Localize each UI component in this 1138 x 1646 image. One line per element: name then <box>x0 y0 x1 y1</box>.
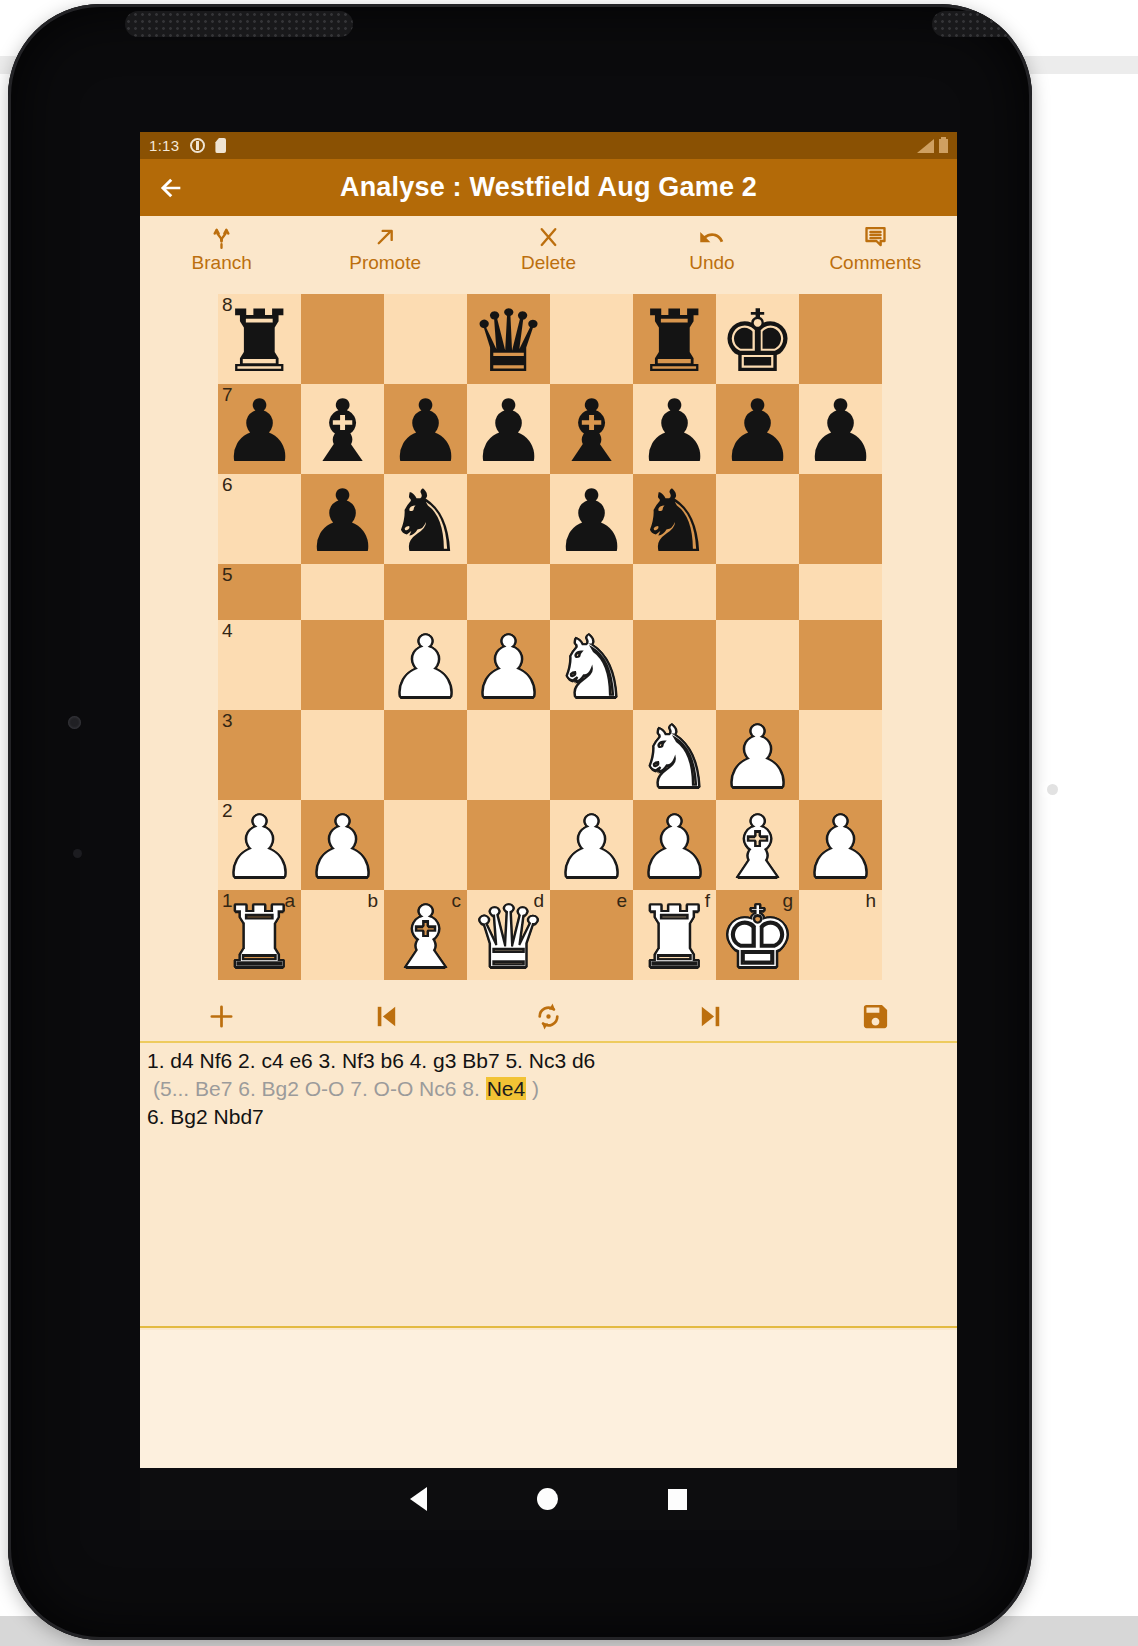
piece-white-pawn: ♟ <box>553 804 630 890</box>
rank-label-2: 2 <box>222 800 233 822</box>
square-c6[interactable]: ♞ <box>384 474 467 564</box>
square-c1[interactable]: c♝ <box>384 890 467 980</box>
delete-icon <box>535 223 562 250</box>
piece-white-rook: ♜ <box>636 894 713 980</box>
file-label-b: b <box>367 890 378 912</box>
delete-label: Delete <box>521 252 576 274</box>
square-g2[interactable]: ♝ <box>716 800 799 890</box>
current-move-highlight[interactable]: Ne4 <box>486 1077 527 1100</box>
flip-board-icon <box>533 1001 564 1032</box>
square-h4[interactable] <box>799 620 882 710</box>
square-h8[interactable] <box>799 294 882 384</box>
piece-black-pawn: ♟ <box>719 388 796 474</box>
piece-black-pawn: ♟ <box>553 478 630 564</box>
piece-white-pawn: ♟ <box>470 624 547 710</box>
promote-icon <box>372 223 399 250</box>
piece-black-bishop: ♝ <box>553 388 630 474</box>
reflection-dot <box>1047 784 1058 795</box>
move-line-main-1: 1. d4 Nf6 2. c4 e6 3. Nf3 b6 4. g3 Bb7 5… <box>147 1047 950 1075</box>
data-saver-icon <box>190 138 205 153</box>
promote-label: Promote <box>349 252 421 274</box>
square-b4[interactable] <box>301 620 384 710</box>
square-d2[interactable] <box>467 800 550 890</box>
square-a3[interactable]: 3 <box>218 710 301 800</box>
nav-home-icon[interactable] <box>537 1488 558 1510</box>
square-e6[interactable]: ♟ <box>550 474 633 564</box>
rank-label-3: 3 <box>222 710 233 732</box>
skip-to-start-button[interactable] <box>303 1001 466 1032</box>
android-nav-bar <box>140 1468 957 1530</box>
piece-white-pawn: ♟ <box>802 804 879 890</box>
branch-button[interactable]: Branch <box>140 216 303 282</box>
square-e7[interactable]: ♝ <box>550 384 633 474</box>
square-f8[interactable]: ♜ <box>633 294 716 384</box>
square-d4[interactable]: ♟ <box>467 620 550 710</box>
chess-board: 8♜♛♜♚7♟♝♟♟♝♟♟♟6♟♞♟♞54♟♟♞3♞♟2♟♟♟♟♝♟1a♜bc♝… <box>218 294 882 980</box>
variation-close: ) <box>526 1077 539 1100</box>
piece-white-bishop: ♝ <box>719 804 796 890</box>
square-h2[interactable]: ♟ <box>799 800 882 890</box>
square-a1[interactable]: 1a♜ <box>218 890 301 980</box>
square-b1[interactable]: b <box>301 890 384 980</box>
app-bar: Analyse : Westfield Aug Game 2 <box>140 159 957 216</box>
piece-black-knight: ♞ <box>387 478 464 564</box>
piece-black-pawn: ♟ <box>304 478 381 564</box>
square-d6[interactable] <box>467 474 550 564</box>
status-bar: 1:13 <box>140 132 957 159</box>
square-d8[interactable]: ♛ <box>467 294 550 384</box>
speaker-grille-left <box>125 11 353 37</box>
piece-black-rook: ♜ <box>636 298 713 384</box>
square-g1[interactable]: g♚ <box>716 890 799 980</box>
piece-black-queen: ♛ <box>470 298 547 384</box>
plus-icon <box>206 1001 237 1032</box>
piece-black-pawn: ♟ <box>470 388 547 474</box>
square-f5[interactable] <box>633 564 716 620</box>
piece-black-bishop: ♝ <box>304 388 381 474</box>
undo-label: Undo <box>689 252 734 274</box>
piece-white-pawn: ♟ <box>304 804 381 890</box>
file-label-c: c <box>452 890 462 912</box>
delete-button[interactable]: Delete <box>467 216 630 282</box>
square-f2[interactable]: ♟ <box>633 800 716 890</box>
skip-end-icon <box>696 1001 727 1032</box>
skip-to-end-button[interactable] <box>630 1001 793 1032</box>
rank-label-7: 7 <box>222 384 233 406</box>
square-f6[interactable]: ♞ <box>633 474 716 564</box>
status-icons-right <box>917 139 948 153</box>
square-e4[interactable]: ♞ <box>550 620 633 710</box>
save-icon <box>860 1001 891 1032</box>
piece-black-pawn: ♟ <box>636 388 713 474</box>
add-move-button[interactable] <box>140 1001 303 1032</box>
rank-label-8: 8 <box>222 294 233 316</box>
tablet-frame: 1:13 Analyse : Westfield Aug Game 2 <box>8 4 1032 1640</box>
square-g8[interactable]: ♚ <box>716 294 799 384</box>
skip-start-icon <box>370 1001 401 1032</box>
square-b2[interactable]: ♟ <box>301 800 384 890</box>
comments-panel[interactable] <box>140 1330 957 1468</box>
promote-button[interactable]: Promote <box>303 216 466 282</box>
comments-icon <box>862 223 889 250</box>
square-h1[interactable]: h <box>799 890 882 980</box>
analysis-toolbar: Branch Promote Delete <box>140 216 957 282</box>
square-a8[interactable]: 8♜ <box>218 294 301 384</box>
square-b5[interactable] <box>301 564 384 620</box>
square-f4[interactable] <box>633 620 716 710</box>
page-title: Analyse : Westfield Aug Game 2 <box>140 172 957 203</box>
app-screen: 1:13 Analyse : Westfield Aug Game 2 <box>140 132 957 1530</box>
square-g3[interactable]: ♟ <box>716 710 799 800</box>
nav-back-icon[interactable] <box>410 1487 427 1511</box>
file-label-a: a <box>284 890 295 912</box>
square-f1[interactable]: f♜ <box>633 890 716 980</box>
piece-white-knight: ♞ <box>636 714 713 800</box>
rank-label-1: 1 <box>222 890 233 912</box>
file-label-d: d <box>533 890 544 912</box>
branch-label: Branch <box>192 252 252 274</box>
square-h3[interactable] <box>799 710 882 800</box>
flip-board-button[interactable] <box>467 1001 630 1032</box>
battery-icon <box>939 139 948 153</box>
piece-black-knight: ♞ <box>636 478 713 564</box>
square-h5[interactable] <box>799 564 882 620</box>
back-button[interactable] <box>156 173 186 203</box>
move-list-panel[interactable]: 1. d4 Nf6 2. c4 e6 3. Nf3 b6 4. g3 Bb7 5… <box>140 1041 957 1328</box>
square-g4[interactable] <box>716 620 799 710</box>
square-g5[interactable] <box>716 564 799 620</box>
square-g7[interactable]: ♟ <box>716 384 799 474</box>
square-c2[interactable] <box>384 800 467 890</box>
arrow-left-icon <box>157 174 185 202</box>
square-g6[interactable] <box>716 474 799 564</box>
square-b7[interactable]: ♝ <box>301 384 384 474</box>
light-sensor <box>73 849 82 858</box>
square-c8[interactable] <box>384 294 467 384</box>
piece-black-king: ♚ <box>719 298 796 384</box>
piece-white-knight: ♞ <box>553 624 630 710</box>
square-e1[interactable]: e <box>550 890 633 980</box>
square-a4[interactable]: 4 <box>218 620 301 710</box>
undo-button[interactable]: Undo <box>630 216 793 282</box>
rank-label-5: 5 <box>222 564 233 586</box>
square-d7[interactable]: ♟ <box>467 384 550 474</box>
square-h7[interactable]: ♟ <box>799 384 882 474</box>
square-b6[interactable]: ♟ <box>301 474 384 564</box>
piece-black-pawn: ♟ <box>387 388 464 474</box>
square-a7[interactable]: 7♟ <box>218 384 301 474</box>
rank-label-4: 4 <box>222 620 233 642</box>
front-camera <box>68 716 81 729</box>
branch-icon <box>208 223 235 250</box>
square-e2[interactable]: ♟ <box>550 800 633 890</box>
file-label-h: h <box>865 890 876 912</box>
square-e5[interactable] <box>550 564 633 620</box>
sd-card-icon <box>215 138 226 153</box>
board-toolbar <box>140 992 957 1040</box>
square-c5[interactable] <box>384 564 467 620</box>
square-f3[interactable]: ♞ <box>633 710 716 800</box>
piece-white-pawn: ♟ <box>387 624 464 710</box>
square-e3[interactable] <box>550 710 633 800</box>
square-f7[interactable]: ♟ <box>633 384 716 474</box>
save-button[interactable] <box>794 1001 957 1032</box>
piece-white-pawn: ♟ <box>719 714 796 800</box>
square-a6[interactable]: 6 <box>218 474 301 564</box>
comments-label: Comments <box>829 252 921 274</box>
square-c7[interactable]: ♟ <box>384 384 467 474</box>
square-a2[interactable]: 2♟ <box>218 800 301 890</box>
square-c4[interactable]: ♟ <box>384 620 467 710</box>
square-a5[interactable]: 5 <box>218 564 301 620</box>
rank-label-6: 6 <box>222 474 233 496</box>
square-b8[interactable] <box>301 294 384 384</box>
square-d3[interactable] <box>467 710 550 800</box>
wifi-icon <box>917 139 934 153</box>
variation-text: (5... Be7 6. Bg2 O-O 7. O-O Nc6 8. <box>153 1077 486 1100</box>
nav-recents-icon[interactable] <box>668 1489 687 1510</box>
square-c3[interactable] <box>384 710 467 800</box>
speaker-grille-right <box>932 11 1018 37</box>
square-d5[interactable] <box>467 564 550 620</box>
page-background: 1:13 Analyse : Westfield Aug Game 2 <box>0 0 1138 1646</box>
file-label-e: e <box>616 890 627 912</box>
square-h6[interactable] <box>799 474 882 564</box>
square-e8[interactable] <box>550 294 633 384</box>
piece-white-pawn: ♟ <box>636 804 713 890</box>
move-line-main-2: 6. Bg2 Nbd7 <box>147 1103 950 1131</box>
clock: 1:13 <box>149 137 179 154</box>
undo-icon <box>698 223 725 250</box>
square-d1[interactable]: d♛ <box>467 890 550 980</box>
square-b3[interactable] <box>301 710 384 800</box>
file-label-g: g <box>782 890 793 912</box>
piece-black-pawn: ♟ <box>802 388 879 474</box>
file-label-f: f <box>705 890 710 912</box>
comments-button[interactable]: Comments <box>794 216 957 282</box>
move-line-variation: (5... Be7 6. Bg2 O-O 7. O-O Nc6 8. Ne4 ) <box>147 1075 950 1103</box>
